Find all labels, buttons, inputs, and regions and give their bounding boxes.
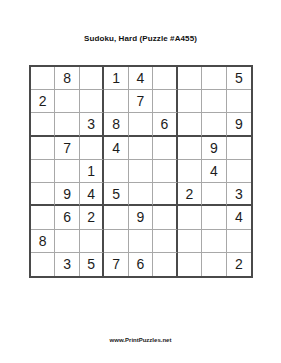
cell-r7c1-empty (31, 206, 55, 229)
cell-r8c7-empty (178, 230, 202, 253)
cell-r9c3-given: 5 (80, 253, 104, 276)
cell-r6c4-given: 5 (104, 183, 128, 206)
cell-r3c4-given: 8 (104, 113, 128, 136)
cell-r7c3-given: 2 (80, 206, 104, 229)
page-title: Sudoku, Hard (Puzzle #A455) (0, 34, 281, 43)
cell-r4c8-given: 9 (202, 137, 226, 160)
cell-r7c2-given: 6 (55, 206, 79, 229)
footer-url: www.PrintPuzzles.net (0, 337, 281, 343)
cell-r8c6-empty (153, 230, 177, 253)
cell-r1c8-empty (202, 67, 226, 90)
cell-r5c2-empty (55, 160, 79, 183)
cell-r9c1-empty (31, 253, 55, 276)
cell-r1c9-given: 5 (227, 67, 251, 90)
cell-r9c9-given: 2 (227, 253, 251, 276)
cell-r3c1-empty (31, 113, 55, 136)
cell-r2c9-empty (227, 90, 251, 113)
cell-r6c1-empty (31, 183, 55, 206)
cell-r3c2-empty (55, 113, 79, 136)
cell-r8c8-empty (202, 230, 226, 253)
cell-r9c7-empty (178, 253, 202, 276)
cell-r5c6-empty (153, 160, 177, 183)
cell-r6c2-given: 9 (55, 183, 79, 206)
cell-r9c4-given: 7 (104, 253, 128, 276)
cell-r6c7-given: 2 (178, 183, 202, 206)
cell-r4c1-empty (31, 137, 55, 160)
cell-r9c8-empty (202, 253, 226, 276)
cell-r6c5-empty (129, 183, 153, 206)
cell-r9c6-empty (153, 253, 177, 276)
cell-r1c6-empty (153, 67, 177, 90)
cell-r2c1-given: 2 (31, 90, 55, 113)
cell-r5c3-given: 1 (80, 160, 104, 183)
cell-r8c2-empty (55, 230, 79, 253)
cell-r2c5-given: 7 (129, 90, 153, 113)
cell-r5c8-given: 4 (202, 160, 226, 183)
cell-r6c3-given: 4 (80, 183, 104, 206)
cell-r9c2-given: 3 (55, 253, 79, 276)
cell-r5c9-empty (227, 160, 251, 183)
cell-r3c5-empty (129, 113, 153, 136)
cell-r3c7-empty (178, 113, 202, 136)
cell-r7c9-given: 4 (227, 206, 251, 229)
cell-r4c7-empty (178, 137, 202, 160)
cell-r2c2-empty (55, 90, 79, 113)
cell-r6c8-empty (202, 183, 226, 206)
cell-r1c2-given: 8 (55, 67, 79, 90)
cell-r3c3-given: 3 (80, 113, 104, 136)
cell-r2c8-empty (202, 90, 226, 113)
cell-r4c6-empty (153, 137, 177, 160)
cell-r2c6-empty (153, 90, 177, 113)
cell-r2c3-empty (80, 90, 104, 113)
cell-r3c9-given: 9 (227, 113, 251, 136)
cell-r1c3-empty (80, 67, 104, 90)
cell-r4c3-empty (80, 137, 104, 160)
cell-r5c4-empty (104, 160, 128, 183)
printable-sudoku-page: Sudoku, Hard (Puzzle #A455) 814527386974… (0, 0, 281, 363)
cell-r7c5-given: 9 (129, 206, 153, 229)
cell-r5c7-empty (178, 160, 202, 183)
cell-r9c5-given: 6 (129, 253, 153, 276)
cell-r8c3-empty (80, 230, 104, 253)
cell-r6c6-empty (153, 183, 177, 206)
cell-r5c5-empty (129, 160, 153, 183)
cell-r1c4-given: 1 (104, 67, 128, 90)
cell-r1c7-empty (178, 67, 202, 90)
cell-r7c8-empty (202, 206, 226, 229)
sudoku-board: 814527386974914945236294835762 (29, 65, 253, 278)
cell-r2c4-empty (104, 90, 128, 113)
cell-r4c4-given: 4 (104, 137, 128, 160)
cell-r5c1-empty (31, 160, 55, 183)
cell-r2c7-empty (178, 90, 202, 113)
cell-r7c6-empty (153, 206, 177, 229)
cell-r6c9-given: 3 (227, 183, 251, 206)
cell-r4c2-given: 7 (55, 137, 79, 160)
cell-r4c9-empty (227, 137, 251, 160)
cell-r3c8-empty (202, 113, 226, 136)
cell-r7c4-empty (104, 206, 128, 229)
cell-r7c7-empty (178, 206, 202, 229)
cell-r3c6-given: 6 (153, 113, 177, 136)
cell-r8c5-empty (129, 230, 153, 253)
cell-r8c1-given: 8 (31, 230, 55, 253)
cell-r1c5-given: 4 (129, 67, 153, 90)
cell-r4c5-empty (129, 137, 153, 160)
cell-r8c4-empty (104, 230, 128, 253)
cell-r1c1-empty (31, 67, 55, 90)
cell-r8c9-empty (227, 230, 251, 253)
